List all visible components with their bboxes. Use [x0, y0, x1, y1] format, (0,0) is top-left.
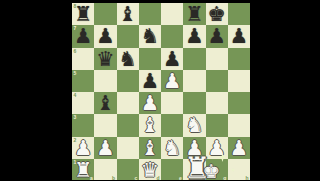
- square-a6[interactable]: 6: [72, 48, 94, 70]
- square-a3[interactable]: 3: [72, 114, 94, 136]
- rank-label-2: 2: [74, 138, 77, 143]
- square-e2[interactable]: ♞: [161, 137, 183, 159]
- square-b8[interactable]: [94, 3, 116, 25]
- square-e6[interactable]: ♟: [161, 48, 183, 70]
- square-d3[interactable]: ♝: [139, 114, 161, 136]
- square-g8[interactable]: ♚: [206, 3, 228, 25]
- square-e1[interactable]: e: [161, 159, 183, 180]
- square-d1[interactable]: d♛: [139, 159, 161, 180]
- square-a1[interactable]: 1a♜: [72, 159, 94, 180]
- black-pawn[interactable]: ♟: [163, 48, 181, 70]
- black-pawn[interactable]: ♟: [230, 25, 248, 47]
- file-label-h: h: [245, 176, 248, 181]
- square-f3[interactable]: ♞: [183, 114, 205, 136]
- file-label-b: b: [112, 176, 115, 181]
- rank-label-6: 6: [74, 49, 77, 54]
- square-h4[interactable]: [228, 92, 250, 114]
- square-e3[interactable]: [161, 114, 183, 136]
- white-knight[interactable]: ♞: [185, 114, 203, 136]
- square-b3[interactable]: [94, 114, 116, 136]
- square-f7[interactable]: ♟: [183, 25, 205, 47]
- square-f8[interactable]: ♜: [183, 3, 205, 25]
- square-c6[interactable]: ♞: [117, 48, 139, 70]
- square-e8[interactable]: [161, 3, 183, 25]
- black-queen[interactable]: ♛: [96, 48, 114, 70]
- rank-label-3: 3: [74, 115, 77, 120]
- square-h8[interactable]: [228, 3, 250, 25]
- square-c3[interactable]: [117, 114, 139, 136]
- square-b7[interactable]: ♟: [94, 25, 116, 47]
- white-pawn[interactable]: ♟: [230, 137, 248, 159]
- file-label-a: a: [90, 176, 93, 181]
- square-e7[interactable]: [161, 25, 183, 47]
- chess-board[interactable]: 8♜♝♜♚7♟♟♞♟♟♟6♛♞♟5♟♟4♝♟3♝♞2♟♟♝♞♟♟♟1a♜bcd♛…: [72, 3, 250, 180]
- square-h6[interactable]: [228, 48, 250, 70]
- square-c5[interactable]: [117, 70, 139, 92]
- square-a8[interactable]: 8♜: [72, 3, 94, 25]
- file-label-e: e: [179, 176, 182, 181]
- square-c8[interactable]: ♝: [117, 3, 139, 25]
- square-b5[interactable]: [94, 70, 116, 92]
- black-knight[interactable]: ♞: [141, 25, 159, 47]
- square-h1[interactable]: h: [228, 159, 250, 180]
- square-e4[interactable]: [161, 92, 183, 114]
- white-pawn[interactable]: ♟: [141, 92, 159, 114]
- square-h2[interactable]: ♟: [228, 137, 250, 159]
- square-f6[interactable]: [183, 48, 205, 70]
- square-d8[interactable]: [139, 3, 161, 25]
- file-label-g: g: [223, 176, 226, 181]
- black-bishop[interactable]: ♝: [96, 92, 114, 114]
- white-pawn[interactable]: ♟: [74, 137, 92, 159]
- square-a4[interactable]: 4: [72, 92, 94, 114]
- square-b6[interactable]: ♛: [94, 48, 116, 70]
- square-d6[interactable]: [139, 48, 161, 70]
- square-c1[interactable]: c: [117, 159, 139, 180]
- square-b2[interactable]: ♟: [94, 137, 116, 159]
- white-knight[interactable]: ♞: [163, 137, 181, 159]
- black-pawn[interactable]: ♟: [96, 25, 114, 47]
- square-d7[interactable]: ♞: [139, 25, 161, 47]
- black-king[interactable]: ♚: [207, 3, 225, 25]
- square-g7[interactable]: ♟: [206, 25, 228, 47]
- square-a2[interactable]: 2♟: [72, 137, 94, 159]
- square-b1[interactable]: b: [94, 159, 116, 180]
- square-h3[interactable]: [228, 114, 250, 136]
- square-f4[interactable]: [183, 92, 205, 114]
- square-g3[interactable]: [206, 114, 228, 136]
- white-pawn[interactable]: ♟: [163, 70, 181, 92]
- black-rook[interactable]: ♜: [74, 3, 92, 25]
- square-f1[interactable]: f♜: [183, 159, 205, 180]
- rank-label-8: 8: [74, 4, 77, 9]
- square-d4[interactable]: ♟: [139, 92, 161, 114]
- square-a5[interactable]: 5: [72, 70, 94, 92]
- square-g4[interactable]: [206, 92, 228, 114]
- square-c7[interactable]: [117, 25, 139, 47]
- square-e5[interactable]: ♟: [161, 70, 183, 92]
- file-label-c: c: [134, 176, 137, 181]
- white-bishop[interactable]: ♝: [141, 137, 159, 159]
- file-label-d: d: [156, 176, 159, 181]
- rank-label-7: 7: [74, 26, 77, 31]
- white-pawn[interactable]: ♟: [96, 137, 114, 159]
- video-frame-background: 8♜♝♜♚7♟♟♞♟♟♟6♛♞♟5♟♟4♝♟3♝♞2♟♟♝♞♟♟♟1a♜bcd♛…: [0, 0, 320, 180]
- square-g6[interactable]: [206, 48, 228, 70]
- square-g5[interactable]: [206, 70, 228, 92]
- rank-label-5: 5: [74, 71, 77, 76]
- square-h5[interactable]: [228, 70, 250, 92]
- black-bishop[interactable]: ♝: [118, 3, 136, 25]
- square-f5[interactable]: [183, 70, 205, 92]
- square-h7[interactable]: ♟: [228, 25, 250, 47]
- black-rook[interactable]: ♜: [185, 3, 203, 25]
- square-c4[interactable]: [117, 92, 139, 114]
- square-d2[interactable]: ♝: [139, 137, 161, 159]
- black-pawn[interactable]: ♟: [207, 25, 225, 47]
- square-d5[interactable]: ♟: [139, 70, 161, 92]
- square-b4[interactable]: ♝: [94, 92, 116, 114]
- white-rook[interactable]: ♜: [184, 152, 211, 180]
- black-pawn[interactable]: ♟: [141, 70, 159, 92]
- square-c2[interactable]: [117, 137, 139, 159]
- black-pawn[interactable]: ♟: [185, 25, 203, 47]
- rank-label-4: 4: [74, 93, 77, 98]
- black-knight[interactable]: ♞: [118, 48, 136, 70]
- white-bishop[interactable]: ♝: [141, 114, 159, 136]
- square-a7[interactable]: 7♟: [72, 25, 94, 47]
- rank-label-1: 1: [74, 160, 77, 165]
- black-pawn[interactable]: ♟: [74, 25, 92, 47]
